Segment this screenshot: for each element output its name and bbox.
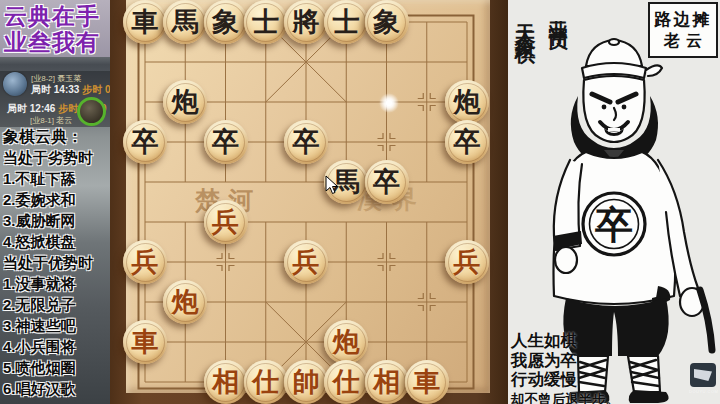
piece-char: 兵 xyxy=(454,248,481,275)
board-cell[interactable] xyxy=(205,42,245,82)
piece-char: 炮 xyxy=(454,88,481,115)
board-cell[interactable] xyxy=(246,82,286,122)
piece-red-elephant[interactable]: 相 xyxy=(204,360,248,404)
piece-red-cannon[interactable]: 炮 xyxy=(163,280,207,324)
board-cell[interactable]: 炮 xyxy=(447,82,487,122)
board-cell[interactable] xyxy=(407,162,447,202)
board-cell[interactable]: 卒 xyxy=(366,162,406,202)
board-cell[interactable] xyxy=(326,202,366,242)
board-cell[interactable] xyxy=(205,322,245,362)
piece-black-elephant[interactable]: 象 xyxy=(204,0,248,44)
board-cell[interactable]: 仕 xyxy=(246,362,286,402)
piece-char: 象 xyxy=(373,8,400,35)
board-cell[interactable]: 兵 xyxy=(447,242,487,282)
piece-char: 卒 xyxy=(293,128,320,155)
game-time-label: 局时 xyxy=(31,84,51,95)
piece-char: 炮 xyxy=(172,288,199,315)
board-cell[interactable]: 相 xyxy=(366,362,406,402)
board-cell[interactable] xyxy=(246,242,286,282)
piece-char: 兵 xyxy=(293,248,320,275)
move-highlight-sparkle xyxy=(379,93,399,113)
piece-red-soldier[interactable]: 兵 xyxy=(204,200,248,244)
mouse-cursor-icon xyxy=(325,175,339,195)
board-cell[interactable] xyxy=(447,202,487,242)
tip-line: 3.威胁断网 xyxy=(3,210,110,231)
board-cell[interactable]: 兵 xyxy=(205,202,245,242)
board-cell[interactable]: 帥 xyxy=(286,362,326,402)
piece-char: 卒 xyxy=(373,168,400,195)
board-cell[interactable]: 仕 xyxy=(326,362,366,402)
left-sidebar: 云典在手 业叁我有 [业8-2] 聂玉菜 局时 14:33 步时 01:30 局… xyxy=(0,0,110,404)
board-cell[interactable]: 將 xyxy=(286,2,326,42)
tip-line: 当处于劣势时 xyxy=(3,147,110,168)
board-cell[interactable]: 卒 xyxy=(447,122,487,162)
board-cell[interactable] xyxy=(447,282,487,322)
board-cell[interactable]: 炮 xyxy=(326,322,366,362)
board-cell[interactable] xyxy=(326,42,366,82)
board-cell[interactable] xyxy=(407,322,447,362)
slogan-line-2: 业叁我有 xyxy=(0,29,110,55)
board-cell[interactable] xyxy=(326,242,366,282)
board-cell[interactable] xyxy=(246,162,286,202)
board-cell[interactable] xyxy=(447,2,487,42)
piece-red-soldier[interactable]: 兵 xyxy=(445,240,489,284)
board-cell[interactable] xyxy=(165,242,205,282)
game-time-value: 14:33 xyxy=(54,84,80,95)
board-cell[interactable] xyxy=(165,162,205,202)
board-cell[interactable] xyxy=(286,322,326,362)
piece-char: 炮 xyxy=(333,328,360,355)
board-cell[interactable] xyxy=(125,282,165,322)
slogan-line-1: 云典在手 xyxy=(0,3,110,29)
stamp-line-2: 老云 xyxy=(658,31,708,52)
douyu-logo-text: DOUYU.COM xyxy=(689,389,717,394)
tip-line: 3.神速些吧 xyxy=(3,315,110,336)
piece-char: 象 xyxy=(212,8,239,35)
tips-list: 象棋云典： 当处于劣势时1.不耻下舔2.委婉求和3.威胁断网4.怒掀棋盘当处于优… xyxy=(3,126,110,399)
piece-char: 仕 xyxy=(333,368,360,395)
board-cell[interactable]: 卒 xyxy=(286,122,326,162)
board-cell[interactable] xyxy=(366,242,406,282)
board-cell[interactable] xyxy=(246,122,286,162)
board-cell[interactable]: 象 xyxy=(366,2,406,42)
board-cell[interactable] xyxy=(366,202,406,242)
board-cell[interactable] xyxy=(447,362,487,402)
piece-red-advisor[interactable]: 仕 xyxy=(244,360,288,404)
vertical-title-goalkeeper: 业三守门员 xyxy=(546,4,572,19)
tip-line: 6.唱好汉歌 xyxy=(3,378,110,399)
piece-red-soldier[interactable]: 兵 xyxy=(123,240,167,284)
move-time-label: 步时 xyxy=(82,84,102,95)
board-cell[interactable]: 相 xyxy=(205,362,245,402)
tip-line: 1.没事就将 xyxy=(3,273,110,294)
piece-black-soldier[interactable]: 卒 xyxy=(284,120,328,164)
player-info-red: 局时 12:46 步时 01:29 [业8-1] 老云 xyxy=(0,96,110,127)
board-cell[interactable] xyxy=(125,82,165,122)
piece-black-soldier[interactable]: 卒 xyxy=(445,120,489,164)
board-cell[interactable] xyxy=(286,42,326,82)
board-cell[interactable] xyxy=(165,322,205,362)
stream-screen: 云典在手 业叁我有 [业8-2] 聂玉菜 局时 14:33 步时 01:30 局… xyxy=(0,0,720,404)
tip-line: 当处于优势时 xyxy=(3,252,110,273)
board-cell[interactable] xyxy=(246,322,286,362)
tip-line: 2.无限兑子 xyxy=(3,294,110,315)
board-cell[interactable] xyxy=(205,242,245,282)
piece-char: 炮 xyxy=(172,88,199,115)
board-cell[interactable] xyxy=(407,282,447,322)
quote-line: 却不曾后退半步。 xyxy=(511,390,619,404)
avatar-black-player xyxy=(3,72,27,96)
piece-red-chariot[interactable]: 車 xyxy=(405,360,449,404)
xiangqi-board[interactable]: 楚河漢界 車馬象士將士象炮炮卒卒卒卒馬卒兵兵兵兵炮車炮相仕帥仕相車 xyxy=(110,0,508,404)
piece-black-soldier[interactable]: 卒 xyxy=(204,120,248,164)
board-cell[interactable] xyxy=(125,362,165,402)
piece-red-elephant[interactable]: 相 xyxy=(365,360,409,404)
piece-black-soldier[interactable]: 卒 xyxy=(365,160,409,204)
douyu-logo-icon xyxy=(690,363,716,387)
piece-char: 相 xyxy=(373,368,400,395)
board-cell[interactable]: 兵 xyxy=(286,242,326,282)
board-cell[interactable] xyxy=(286,162,326,202)
piece-char: 車 xyxy=(413,368,440,395)
piece-char: 兵 xyxy=(132,248,159,275)
board-cell[interactable] xyxy=(205,162,245,202)
quote-line: 我愿为卒 xyxy=(511,351,619,371)
piece-red-general[interactable]: 帥 xyxy=(284,360,328,404)
board-cell[interactable] xyxy=(165,42,205,82)
tip-line: 4.怒掀棋盘 xyxy=(3,231,110,252)
piece-char: 兵 xyxy=(212,208,239,235)
board-cell[interactable] xyxy=(366,122,406,162)
piece-char: 帥 xyxy=(293,368,320,395)
piece-black-advisor[interactable]: 士 xyxy=(324,0,368,44)
board-cell[interactable] xyxy=(326,122,366,162)
game-time-label: 局时 xyxy=(7,103,27,114)
stamp-box: 路边摊 老云 xyxy=(648,2,718,58)
board-cell[interactable]: 士 xyxy=(246,2,286,42)
quote-line: 人生如棋 xyxy=(511,331,619,351)
tip-line: 4.小兵围将 xyxy=(3,336,110,357)
douyu-watermark: DOUYU.COM xyxy=(689,363,717,397)
board-cell[interactable]: 卒 xyxy=(205,122,245,162)
board-cell[interactable] xyxy=(125,162,165,202)
board-cell[interactable] xyxy=(246,202,286,242)
piece-black-cannon[interactable]: 炮 xyxy=(163,80,207,124)
piece-char: 車 xyxy=(132,8,159,35)
game-time-value: 12:46 xyxy=(30,103,56,114)
piece-black-elephant[interactable]: 象 xyxy=(365,0,409,44)
tip-line: 1.不耻下舔 xyxy=(3,168,110,189)
tip-line: 2.委婉求和 xyxy=(3,189,110,210)
piece-char: 相 xyxy=(212,368,239,395)
piece-red-chariot[interactable]: 車 xyxy=(123,320,167,364)
board-cell[interactable] xyxy=(407,242,447,282)
board-cell[interactable] xyxy=(165,202,205,242)
board-cell[interactable]: 象 xyxy=(205,2,245,42)
board-cell[interactable] xyxy=(366,42,406,82)
piece-char: 馬 xyxy=(172,8,199,35)
board-cell[interactable] xyxy=(407,2,447,42)
board-cell[interactable]: 馬 xyxy=(165,2,205,42)
board-cell[interactable] xyxy=(366,322,406,362)
board-cell[interactable] xyxy=(407,42,447,82)
vertical-title-app: 天天象棋 xyxy=(511,8,539,32)
piece-red-cannon[interactable]: 炮 xyxy=(324,320,368,364)
board-cell[interactable] xyxy=(246,42,286,82)
board-cell[interactable] xyxy=(447,162,487,202)
board-cell[interactable] xyxy=(286,202,326,242)
tips-heading: 象棋云典： xyxy=(3,126,110,147)
piece-char: 卒 xyxy=(212,128,239,155)
move-time-label: 步时 xyxy=(58,103,78,114)
board-cell[interactable]: 卒 xyxy=(125,122,165,162)
slogan-banner: 云典在手 业叁我有 xyxy=(0,0,110,57)
board-cell[interactable] xyxy=(125,202,165,242)
board-cell[interactable] xyxy=(205,282,245,322)
piece-char: 士 xyxy=(252,8,279,35)
right-panel: 卒 xyxy=(508,0,720,404)
board-cell[interactable] xyxy=(246,282,286,322)
board-cell[interactable]: 炮 xyxy=(165,82,205,122)
piece-black-soldier[interactable]: 卒 xyxy=(123,120,167,164)
black-player-clock: 局时 14:33 步时 01:30 xyxy=(31,83,110,97)
board-cell[interactable]: 車 xyxy=(125,322,165,362)
board-cell[interactable]: 士 xyxy=(326,2,366,42)
piece-black-general[interactable]: 將 xyxy=(284,0,328,44)
avatar-red-player xyxy=(77,97,106,126)
board-grid[interactable]: 車馬象士將士象炮炮卒卒卒卒馬卒兵兵兵兵炮車炮相仕帥仕相車 xyxy=(125,2,487,402)
quote-block: 人生如棋我愿为卒行动缓慢却不曾后退半步。 xyxy=(511,331,619,404)
quote-line: 行动缓慢 xyxy=(511,370,619,390)
tip-line: 5.喷他烟圈 xyxy=(3,357,110,378)
piece-char: 卒 xyxy=(132,128,159,155)
board-cell[interactable] xyxy=(407,82,447,122)
board-cell[interactable]: 車 xyxy=(407,362,447,402)
board-cell[interactable]: 兵 xyxy=(125,242,165,282)
piece-char: 車 xyxy=(132,328,159,355)
board-cell[interactable] xyxy=(125,42,165,82)
piece-black-chariot[interactable]: 車 xyxy=(123,0,167,44)
board-cell[interactable]: 車 xyxy=(125,2,165,42)
piece-black-cannon[interactable]: 炮 xyxy=(445,80,489,124)
board-cell[interactable] xyxy=(407,202,447,242)
board-cell[interactable] xyxy=(205,82,245,122)
stamp-line-1: 路边摊 xyxy=(655,8,712,31)
piece-char: 仕 xyxy=(252,368,279,395)
piece-char: 將 xyxy=(293,8,320,35)
red-player-name: [业8-1] 老云 xyxy=(30,115,72,126)
player-info-black: [业8-2] 聂玉菜 局时 14:33 步时 01:30 xyxy=(0,71,110,96)
piece-char: 卒 xyxy=(454,128,481,155)
board-cell[interactable] xyxy=(165,362,205,402)
piece-red-soldier[interactable]: 兵 xyxy=(284,240,328,284)
board-cell[interactable] xyxy=(326,282,366,322)
board-cell[interactable] xyxy=(286,82,326,122)
piece-black-advisor[interactable]: 士 xyxy=(244,0,288,44)
board-cell[interactable] xyxy=(366,282,406,322)
board-cell[interactable] xyxy=(165,122,205,162)
badge-soldier-char: 卒 xyxy=(594,204,633,246)
board-cell[interactable] xyxy=(326,82,366,122)
board-cell[interactable] xyxy=(407,122,447,162)
board-cell[interactable] xyxy=(286,282,326,322)
piece-black-horse[interactable]: 馬 xyxy=(163,0,207,44)
piece-char: 士 xyxy=(333,8,360,35)
board-cell[interactable] xyxy=(447,322,487,362)
board-cell[interactable] xyxy=(447,42,487,82)
piece-red-advisor[interactable]: 仕 xyxy=(324,360,368,404)
board-cell[interactable]: 炮 xyxy=(165,282,205,322)
